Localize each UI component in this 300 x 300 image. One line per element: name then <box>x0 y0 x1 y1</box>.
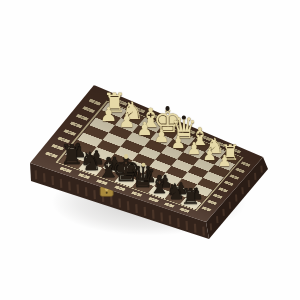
piece-white-pawn-f2[interactable]: ♟ <box>136 120 152 138</box>
carved-notch <box>161 213 162 222</box>
carved-notch <box>242 187 243 194</box>
piece-white-pawn-a2[interactable]: ♟ <box>218 154 232 169</box>
crown-tip <box>141 163 145 167</box>
carved-notch <box>61 179 62 188</box>
carved-notch <box>136 204 137 213</box>
carved-notch <box>236 195 237 202</box>
carved-notch <box>86 187 87 196</box>
coord-label: 1 <box>241 161 251 166</box>
carved-notch <box>178 218 179 227</box>
carved-notch <box>94 190 95 199</box>
crown-tip <box>124 154 128 158</box>
piece-white-pawn-d2[interactable]: ♟ <box>171 134 186 151</box>
carved-notch <box>223 209 224 216</box>
coord-label: 3 <box>230 174 240 179</box>
chess-set-photo: hhggffeeddccbbaa8877665544332211 ♜♞♝♛♚♝♞… <box>0 0 300 300</box>
piece-white-pawn-c2[interactable]: ♟ <box>187 141 202 157</box>
carved-notch <box>211 223 212 230</box>
coord-label: 8 <box>45 152 58 158</box>
carved-notch <box>128 201 129 210</box>
piece-white-pawn-b2[interactable]: ♟ <box>203 148 217 164</box>
carved-notch <box>52 176 53 185</box>
carved-notch <box>69 182 70 191</box>
carved-notch <box>78 184 79 193</box>
carved-notch <box>217 216 218 223</box>
coord-label: 5 <box>63 129 76 136</box>
carved-notch <box>230 202 231 209</box>
carved-notch <box>120 199 121 208</box>
carved-notch <box>36 170 37 179</box>
crown-tip <box>182 115 186 119</box>
carved-notch <box>170 215 171 224</box>
coord-label: 3 <box>76 114 89 121</box>
coord-label: 6 <box>213 194 223 199</box>
carved-notch <box>111 196 112 205</box>
carved-notch <box>249 180 250 187</box>
coord-label: 7 <box>207 200 217 205</box>
crown-tip <box>165 106 169 110</box>
coord-label: 5 <box>218 187 228 192</box>
coord-label: 8 <box>202 206 212 211</box>
carved-notch <box>261 166 262 173</box>
coord-label: 2 <box>235 168 245 173</box>
carved-notch <box>145 207 146 216</box>
carved-notch <box>153 210 154 219</box>
piece-white-pawn-e2[interactable]: ♟ <box>154 127 170 144</box>
coord-label: 4 <box>224 181 234 186</box>
piece-black-rook-a8[interactable]: ♜ <box>181 187 200 209</box>
carved-notch <box>255 173 256 180</box>
carved-notch <box>44 173 45 182</box>
piece-white-pawn-h2[interactable]: ♟ <box>100 105 117 124</box>
coord-label: 4 <box>69 121 82 128</box>
carved-notch <box>203 227 204 236</box>
carved-notch <box>195 224 196 233</box>
piece-white-pawn-g2[interactable]: ♟ <box>118 112 135 131</box>
coord-label: 2 <box>82 106 95 113</box>
carved-notch <box>187 221 188 230</box>
